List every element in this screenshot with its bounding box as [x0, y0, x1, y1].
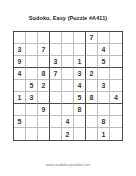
- sudoku-cell: 4: [98, 44, 110, 56]
- sudoku-cell: [86, 104, 98, 116]
- sudoku-cell: [50, 32, 62, 44]
- sudoku-cell: [62, 32, 74, 44]
- sudoku-cell: [26, 44, 38, 56]
- sudoku-cell: 4: [14, 68, 26, 80]
- sudoku-cell: 8: [38, 68, 50, 80]
- page-title: Sudoku, Easy (Puzzle #A411): [0, 15, 136, 21]
- sudoku-cell: [26, 68, 38, 80]
- sudoku-cell: [86, 44, 98, 56]
- sudoku-cell: [50, 44, 62, 56]
- sudoku-cell: [38, 116, 50, 128]
- sudoku-cell: [38, 92, 50, 104]
- sudoku-cell: 9: [14, 56, 26, 68]
- sudoku-cell: [98, 68, 110, 80]
- sudoku-cell: [110, 32, 122, 44]
- sudoku-cell: 3: [98, 80, 110, 92]
- sudoku-cell: [110, 56, 122, 68]
- sudoku-cell: [74, 32, 86, 44]
- sudoku-cell: 1: [14, 92, 26, 104]
- sudoku-cell: [86, 80, 98, 92]
- sudoku-cell: [26, 32, 38, 44]
- sudoku-cell: 2: [86, 68, 98, 80]
- sudoku-cell: [14, 32, 26, 44]
- sudoku-cell: [38, 32, 50, 44]
- sudoku-cell: [26, 56, 38, 68]
- sudoku-cell: 1: [74, 56, 86, 68]
- sudoku-cell: [110, 68, 122, 80]
- sudoku-cell: [50, 128, 62, 140]
- sudoku-cell: 4: [74, 80, 86, 92]
- sudoku-cell: [14, 80, 26, 92]
- sudoku-cell: [50, 92, 62, 104]
- sudoku-cell: 8: [86, 92, 98, 104]
- sudoku-cell: 8: [98, 116, 110, 128]
- sudoku-board: 73749315487325243135849854821: [13, 31, 123, 141]
- sudoku-cell: 4: [62, 116, 74, 128]
- sudoku-cell: [26, 116, 38, 128]
- sudoku-cell: [110, 80, 122, 92]
- sudoku-cell: [86, 56, 98, 68]
- sudoku-cell: [62, 80, 74, 92]
- sudoku-cell: 3: [74, 68, 86, 80]
- sudoku-cell: [62, 68, 74, 80]
- sudoku-cell: 5: [26, 80, 38, 92]
- sudoku-cell: [98, 104, 110, 116]
- page: Sudoku, Easy (Puzzle #A411) 737493154873…: [0, 0, 136, 176]
- sudoku-cell: [110, 116, 122, 128]
- sudoku-cell: [98, 92, 110, 104]
- sudoku-cell: [50, 80, 62, 92]
- sudoku-cell: 7: [38, 44, 50, 56]
- sudoku-cell: 3: [14, 44, 26, 56]
- sudoku-cell: 5: [98, 56, 110, 68]
- sudoku-cell: [74, 128, 86, 140]
- sudoku-cell: 3: [50, 56, 62, 68]
- footer-url: www.sudoku-puzzles.net: [0, 162, 136, 167]
- sudoku-cell: [14, 128, 26, 140]
- sudoku-cell: [110, 44, 122, 56]
- sudoku-cell: 9: [38, 104, 50, 116]
- sudoku-cell: [62, 44, 74, 56]
- sudoku-cell: [86, 116, 98, 128]
- sudoku-cell: [50, 104, 62, 116]
- sudoku-cell: 1: [98, 128, 110, 140]
- sudoku-cell: [74, 44, 86, 56]
- sudoku-cell: [50, 116, 62, 128]
- sudoku-cell: 7: [86, 32, 98, 44]
- sudoku-cell: [110, 128, 122, 140]
- sudoku-cell: [74, 116, 86, 128]
- sudoku-cell: 3: [26, 92, 38, 104]
- sudoku-cell: [98, 32, 110, 44]
- sudoku-cell: 8: [74, 104, 86, 116]
- sudoku-cell: [86, 128, 98, 140]
- sudoku-cell: [62, 92, 74, 104]
- sudoku-cell: [62, 104, 74, 116]
- sudoku-cell: [38, 128, 50, 140]
- sudoku-cell: 4: [110, 92, 122, 104]
- sudoku-cell: 2: [62, 128, 74, 140]
- sudoku-grid: 73749315487325243135849854821: [14, 32, 122, 140]
- sudoku-cell: [26, 104, 38, 116]
- sudoku-cell: [38, 56, 50, 68]
- sudoku-cell: 7: [50, 68, 62, 80]
- sudoku-cell: [62, 56, 74, 68]
- sudoku-cell: 5: [14, 116, 26, 128]
- sudoku-cell: 2: [38, 80, 50, 92]
- sudoku-cell: 5: [74, 92, 86, 104]
- sudoku-cell: [26, 128, 38, 140]
- sudoku-cell: [14, 104, 26, 116]
- sudoku-cell: [110, 104, 122, 116]
